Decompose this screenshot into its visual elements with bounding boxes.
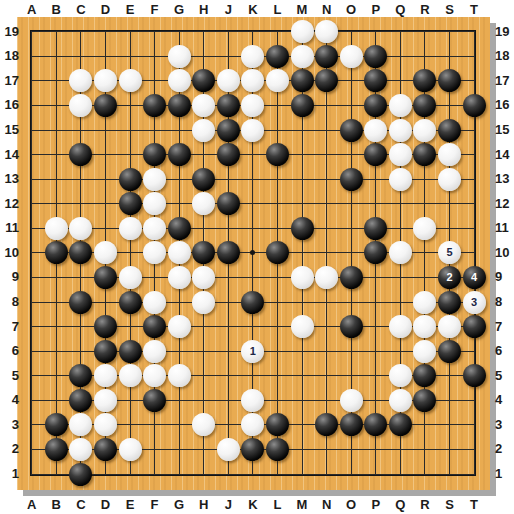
white-stone[interactable]	[340, 389, 363, 412]
black-stone[interactable]	[340, 266, 363, 289]
white-stone[interactable]	[291, 315, 314, 338]
black-stone[interactable]	[143, 389, 166, 412]
white-stone[interactable]	[119, 69, 142, 92]
row-label-right: 2	[495, 442, 513, 456]
black-stone[interactable]	[217, 94, 240, 117]
black-stone[interactable]	[217, 119, 240, 142]
white-stone[interactable]	[119, 217, 142, 240]
row-label-right: 13	[495, 172, 513, 186]
black-stone[interactable]	[94, 266, 117, 289]
white-stone[interactable]	[168, 45, 191, 68]
white-stone[interactable]	[143, 168, 166, 191]
row-label-right: 6	[495, 344, 513, 358]
white-stone[interactable]	[291, 266, 314, 289]
go-board[interactable]: AABBCCDDEEFFGGHHJJKKLLMMNNOOPPQQRRSSTT19…	[0, 0, 514, 514]
black-stone[interactable]	[119, 340, 142, 363]
column-label-top: Q	[390, 3, 410, 17]
numbered-white-stone[interactable]: 1	[241, 340, 264, 363]
white-stone[interactable]	[291, 45, 314, 68]
row-label-left: 6	[1, 344, 19, 358]
black-stone[interactable]	[364, 217, 387, 240]
row-label-right: 11	[495, 221, 513, 235]
black-stone[interactable]	[266, 438, 289, 461]
row-label-right: 17	[495, 74, 513, 88]
row-label-right: 15	[495, 123, 513, 137]
white-stone[interactable]	[315, 266, 338, 289]
black-stone[interactable]	[463, 94, 486, 117]
black-stone[interactable]	[315, 45, 338, 68]
black-stone[interactable]	[340, 315, 363, 338]
column-label-top: D	[95, 3, 115, 17]
black-stone[interactable]	[45, 241, 68, 264]
column-label-bottom: R	[415, 498, 435, 512]
black-stone[interactable]	[143, 143, 166, 166]
row-label-left: 7	[1, 320, 19, 334]
white-stone[interactable]	[119, 266, 142, 289]
row-label-left: 16	[1, 98, 19, 112]
row-label-left: 10	[1, 246, 19, 260]
black-stone[interactable]	[463, 315, 486, 338]
black-stone[interactable]	[266, 45, 289, 68]
column-label-bottom: B	[46, 498, 66, 512]
white-stone[interactable]	[143, 340, 166, 363]
column-label-top: F	[145, 3, 165, 17]
white-stone[interactable]	[168, 315, 191, 338]
numbered-black-stone[interactable]: 4	[463, 266, 486, 289]
column-label-top: R	[415, 3, 435, 17]
column-label-top: J	[218, 3, 238, 17]
row-label-left: 12	[1, 197, 19, 211]
black-stone[interactable]	[119, 291, 142, 314]
column-label-top: K	[243, 3, 263, 17]
row-label-right: 18	[495, 49, 513, 63]
column-label-bottom: J	[218, 498, 238, 512]
move-number-label: 4	[471, 272, 477, 283]
row-label-left: 9	[1, 270, 19, 284]
white-stone[interactable]	[192, 266, 215, 289]
row-label-left: 14	[1, 148, 19, 162]
row-label-left: 3	[1, 418, 19, 432]
row-label-right: 8	[495, 295, 513, 309]
row-label-right: 7	[495, 320, 513, 334]
move-number-label: 1	[250, 346, 256, 357]
black-stone[interactable]	[340, 413, 363, 436]
row-label-left: 13	[1, 172, 19, 186]
black-stone[interactable]	[94, 315, 117, 338]
white-stone[interactable]	[389, 315, 412, 338]
row-label-right: 10	[495, 246, 513, 260]
column-label-top: L	[267, 3, 287, 17]
column-label-top: E	[120, 3, 140, 17]
row-label-left: 19	[1, 25, 19, 39]
black-stone[interactable]	[168, 94, 191, 117]
white-stone[interactable]	[192, 94, 215, 117]
column-label-bottom: D	[95, 498, 115, 512]
black-stone[interactable]	[69, 291, 92, 314]
row-label-left: 1	[1, 467, 19, 481]
white-stone[interactable]	[192, 119, 215, 142]
black-stone[interactable]	[438, 119, 461, 142]
white-stone[interactable]	[168, 364, 191, 387]
white-stone[interactable]	[389, 119, 412, 142]
white-stone[interactable]	[364, 119, 387, 142]
white-stone[interactable]	[389, 168, 412, 191]
numbered-white-stone[interactable]: 3	[463, 291, 486, 314]
black-stone[interactable]	[69, 463, 92, 486]
row-label-left: 5	[1, 369, 19, 383]
column-label-bottom: Q	[390, 498, 410, 512]
column-label-bottom: M	[292, 498, 312, 512]
black-stone[interactable]	[119, 168, 142, 191]
black-stone[interactable]	[438, 340, 461, 363]
white-stone[interactable]	[241, 45, 264, 68]
white-stone[interactable]	[389, 143, 412, 166]
column-label-top: P	[366, 3, 386, 17]
row-label-right: 1	[495, 467, 513, 481]
white-stone[interactable]	[241, 119, 264, 142]
black-stone[interactable]	[438, 291, 461, 314]
row-label-left: 15	[1, 123, 19, 137]
row-label-left: 4	[1, 393, 19, 407]
row-label-left: 18	[1, 49, 19, 63]
column-label-bottom: P	[366, 498, 386, 512]
column-label-bottom: O	[341, 498, 361, 512]
white-stone[interactable]	[69, 217, 92, 240]
column-label-bottom: A	[22, 498, 42, 512]
white-stone[interactable]	[45, 217, 68, 240]
black-stone[interactable]	[168, 143, 191, 166]
row-label-right: 3	[495, 418, 513, 432]
column-label-top: G	[169, 3, 189, 17]
column-label-top: A	[22, 3, 42, 17]
row-label-right: 14	[495, 148, 513, 162]
black-stone[interactable]	[364, 45, 387, 68]
black-stone[interactable]	[45, 438, 68, 461]
move-number-label: 3	[471, 297, 477, 308]
row-label-right: 5	[495, 369, 513, 383]
white-stone[interactable]	[168, 241, 191, 264]
black-stone[interactable]	[143, 315, 166, 338]
white-stone[interactable]	[94, 389, 117, 412]
black-stone[interactable]	[340, 168, 363, 191]
column-label-bottom: C	[71, 498, 91, 512]
column-label-top: C	[71, 3, 91, 17]
column-label-top: B	[46, 3, 66, 17]
column-label-bottom: S	[439, 498, 459, 512]
white-stone[interactable]	[438, 143, 461, 166]
white-stone[interactable]	[413, 340, 436, 363]
column-label-top: H	[194, 3, 214, 17]
white-stone[interactable]	[340, 45, 363, 68]
row-label-left: 17	[1, 74, 19, 88]
column-label-top: T	[464, 3, 484, 17]
black-stone[interactable]	[94, 94, 117, 117]
white-stone[interactable]	[389, 364, 412, 387]
row-label-right: 4	[495, 393, 513, 407]
white-stone[interactable]	[413, 119, 436, 142]
column-label-bottom: N	[317, 498, 337, 512]
black-stone[interactable]	[94, 340, 117, 363]
row-label-left: 8	[1, 295, 19, 309]
row-label-right: 12	[495, 197, 513, 211]
white-stone[interactable]	[168, 69, 191, 92]
white-stone[interactable]	[438, 168, 461, 191]
white-stone[interactable]	[217, 438, 240, 461]
move-number-label: 2	[446, 272, 452, 283]
white-stone[interactable]	[413, 291, 436, 314]
white-stone[interactable]	[119, 364, 142, 387]
column-label-top: N	[317, 3, 337, 17]
white-stone[interactable]	[119, 438, 142, 461]
column-label-bottom: F	[145, 498, 165, 512]
column-label-bottom: H	[194, 498, 214, 512]
black-stone[interactable]	[291, 94, 314, 117]
black-stone[interactable]	[291, 69, 314, 92]
black-stone[interactable]	[143, 94, 166, 117]
white-stone[interactable]	[389, 94, 412, 117]
white-stone[interactable]	[168, 266, 191, 289]
column-label-top: O	[341, 3, 361, 17]
black-stone[interactable]	[291, 217, 314, 240]
column-label-top: S	[439, 3, 459, 17]
black-stone[interactable]	[241, 291, 264, 314]
black-stone[interactable]	[45, 413, 68, 436]
white-stone[interactable]	[192, 291, 215, 314]
black-stone[interactable]	[340, 119, 363, 142]
black-stone[interactable]	[192, 168, 215, 191]
white-stone[interactable]	[438, 315, 461, 338]
black-stone[interactable]	[69, 389, 92, 412]
column-label-bottom: L	[267, 498, 287, 512]
column-label-top: M	[292, 3, 312, 17]
row-label-right: 9	[495, 270, 513, 284]
white-stone[interactable]	[389, 389, 412, 412]
black-stone[interactable]	[463, 364, 486, 387]
white-stone[interactable]	[217, 69, 240, 92]
column-label-bottom: G	[169, 498, 189, 512]
column-label-bottom: E	[120, 498, 140, 512]
row-label-right: 16	[495, 98, 513, 112]
black-stone[interactable]	[217, 143, 240, 166]
row-label-left: 2	[1, 442, 19, 456]
move-number-label: 5	[446, 247, 452, 258]
black-stone[interactable]	[266, 143, 289, 166]
numbered-black-stone[interactable]: 2	[438, 266, 461, 289]
row-label-left: 11	[1, 221, 19, 235]
white-stone[interactable]	[143, 291, 166, 314]
black-stone[interactable]	[94, 438, 117, 461]
column-label-bottom: K	[243, 498, 263, 512]
black-stone[interactable]	[168, 217, 191, 240]
white-stone[interactable]	[291, 20, 314, 43]
white-stone[interactable]	[143, 217, 166, 240]
row-label-right: 19	[495, 25, 513, 39]
column-label-bottom: T	[464, 498, 484, 512]
black-stone[interactable]	[217, 192, 240, 215]
black-stone[interactable]	[119, 192, 142, 215]
